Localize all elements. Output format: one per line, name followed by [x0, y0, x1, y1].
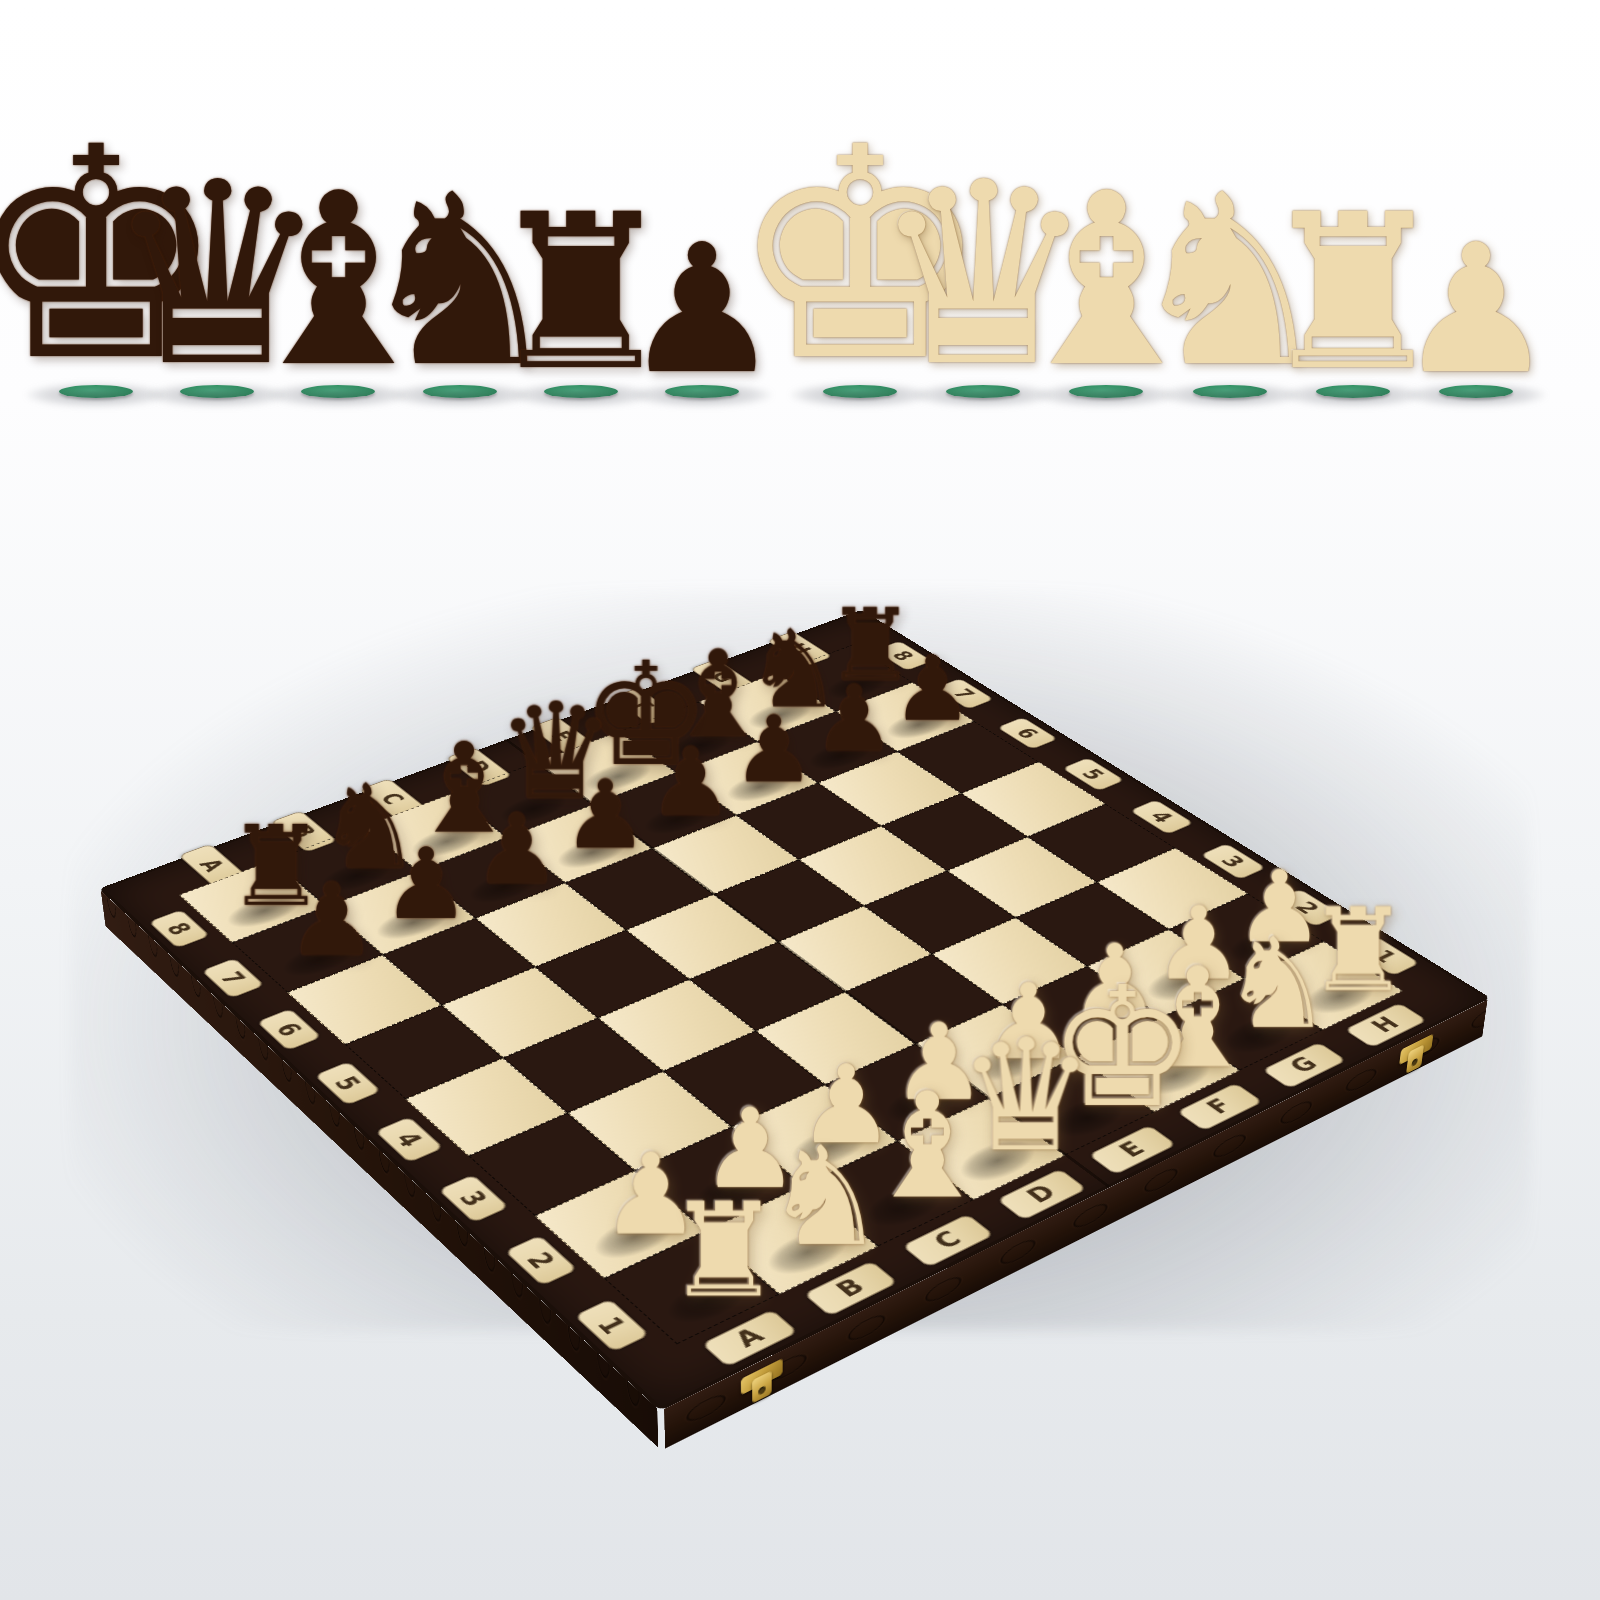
dark-piece-lineup: ♚♛♝♞♜♟ [38, 58, 760, 398]
display-light-pawn: ♟ [1418, 225, 1534, 398]
pawn-glyph: ♟ [1396, 225, 1556, 394]
piece-shadow [1406, 383, 1546, 407]
light-piece-lineup: ♚♛♝♞♜♟ [802, 58, 1534, 398]
white-rook-a1: ♜ [662, 1185, 786, 1315]
black-pawn-a7: ♟ [278, 870, 386, 970]
display-light-rook: ♜ [1295, 191, 1411, 398]
black-pawn-b7: ♟ [373, 835, 479, 933]
black-pawn-c7: ♟ [465, 801, 570, 898]
square-e4 [778, 906, 932, 992]
